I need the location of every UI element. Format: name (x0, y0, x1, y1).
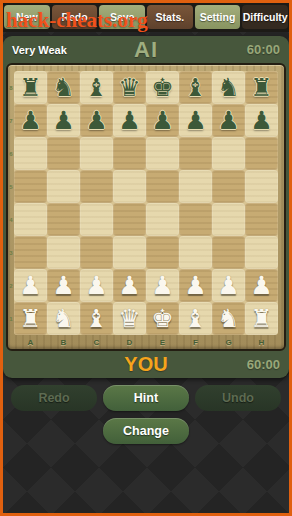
top-toolbar: NewRedoSaveStats.SettingDifficulty (3, 3, 289, 32)
square-a7[interactable]: ♟ (14, 104, 47, 137)
toolbar-button-stats[interactable]: Stats. (147, 5, 193, 29)
board-grid: ♜♞♝♛♚♝♞♜♟♟♟♟♟♟♟♟♟♟♟♟♟♟♟♟♜♞♝♛♚♝♞♜ (14, 71, 278, 335)
black-pawn: ♟ (85, 108, 107, 133)
square-g5[interactable] (212, 170, 245, 203)
square-d2[interactable]: ♟ (113, 269, 146, 302)
white-rook: ♜ (19, 306, 41, 331)
square-d8[interactable]: ♛ (113, 71, 146, 104)
white-bishop: ♝ (184, 306, 206, 331)
square-g1[interactable]: ♞ (212, 302, 245, 335)
square-a4[interactable] (14, 203, 47, 236)
white-pawn: ♟ (52, 273, 74, 298)
white-pawn: ♟ (184, 273, 206, 298)
toolbar-button-setting[interactable]: Setting (195, 5, 241, 29)
square-c2[interactable]: ♟ (80, 269, 113, 302)
square-g2[interactable]: ♟ (212, 269, 245, 302)
white-pawn: ♟ (85, 273, 107, 298)
file-label-d: D (113, 338, 146, 347)
square-b8[interactable]: ♞ (47, 71, 80, 104)
square-a1[interactable]: ♜ (14, 302, 47, 335)
white-king: ♚ (151, 306, 173, 331)
square-a8[interactable]: ♜ (14, 71, 47, 104)
black-pawn: ♟ (217, 108, 239, 133)
file-label-f: F (179, 338, 212, 347)
square-g8[interactable]: ♞ (212, 71, 245, 104)
black-king: ♚ (151, 75, 173, 100)
black-pawn: ♟ (184, 108, 206, 133)
square-f3[interactable] (179, 236, 212, 269)
black-pawn: ♟ (151, 108, 173, 133)
black-pawn: ♟ (250, 108, 272, 133)
you-player-bar: YOU 60:00 (3, 351, 289, 378)
square-h5[interactable] (245, 170, 278, 203)
square-a6[interactable] (14, 137, 47, 170)
square-c7[interactable]: ♟ (80, 104, 113, 137)
ai-player-bar: Very Weak AI 60:00 (3, 36, 289, 63)
hint-button[interactable]: Hint (103, 385, 189, 411)
square-b1[interactable]: ♞ (47, 302, 80, 335)
square-h7[interactable]: ♟ (245, 104, 278, 137)
square-f8[interactable]: ♝ (179, 71, 212, 104)
control-buttons-row: Redo Hint Undo (11, 385, 281, 411)
square-d5[interactable] (113, 170, 146, 203)
black-queen: ♛ (118, 75, 140, 100)
ai-clock: 60:00 (247, 42, 280, 57)
toolbar-button-save[interactable]: Save (99, 5, 145, 29)
file-labels: ABCDEFGH (14, 335, 278, 349)
square-d6[interactable] (113, 137, 146, 170)
file-label-g: G (212, 338, 245, 347)
app-screen: hack-cheats.org NewRedoSaveStats.Setting… (0, 0, 292, 516)
game-panel: Very Weak AI 60:00 87654321 ♜♞♝♛♚♝♞♜♟♟♟♟… (3, 36, 289, 378)
square-g6[interactable] (212, 137, 245, 170)
black-knight: ♞ (52, 75, 74, 100)
square-e7[interactable]: ♟ (146, 104, 179, 137)
square-g4[interactable] (212, 203, 245, 236)
white-knight: ♞ (217, 306, 239, 331)
square-c6[interactable] (80, 137, 113, 170)
square-d7[interactable]: ♟ (113, 104, 146, 137)
square-f4[interactable] (179, 203, 212, 236)
square-d1[interactable]: ♛ (113, 302, 146, 335)
black-pawn: ♟ (19, 108, 41, 133)
square-h1[interactable]: ♜ (245, 302, 278, 335)
white-pawn: ♟ (151, 273, 173, 298)
board-frame: 87654321 ♜♞♝♛♚♝♞♜♟♟♟♟♟♟♟♟♟♟♟♟♟♟♟♟♜♞♝♛♚♝♞… (6, 63, 286, 351)
white-knight: ♞ (52, 306, 74, 331)
square-b5[interactable] (47, 170, 80, 203)
square-d3[interactable] (113, 236, 146, 269)
change-button-row: Change (3, 418, 289, 444)
square-c4[interactable] (80, 203, 113, 236)
square-c8[interactable]: ♝ (80, 71, 113, 104)
square-e5[interactable] (146, 170, 179, 203)
white-pawn: ♟ (19, 273, 41, 298)
white-queen: ♛ (118, 306, 140, 331)
square-c1[interactable]: ♝ (80, 302, 113, 335)
white-pawn: ♟ (118, 273, 140, 298)
rank-labels: 87654321 (8, 71, 14, 335)
black-pawn: ♟ (52, 108, 74, 133)
black-knight: ♞ (217, 75, 239, 100)
file-label-e: E (146, 338, 179, 347)
square-f6[interactable] (179, 137, 212, 170)
toolbar-button-new[interactable]: New (4, 5, 50, 29)
file-label-h: H (245, 338, 278, 347)
square-c5[interactable] (80, 170, 113, 203)
black-rook: ♜ (19, 75, 41, 100)
square-d4[interactable] (113, 203, 146, 236)
white-rook: ♜ (250, 306, 272, 331)
square-g7[interactable]: ♟ (212, 104, 245, 137)
square-e4[interactable] (146, 203, 179, 236)
rank-label-6: 6 (8, 137, 14, 170)
rank-label-8: 8 (8, 71, 14, 104)
square-e1[interactable]: ♚ (146, 302, 179, 335)
square-b3[interactable] (47, 236, 80, 269)
square-g3[interactable] (212, 236, 245, 269)
redo-button[interactable]: Redo (11, 385, 97, 411)
you-clock: 60:00 (247, 357, 280, 372)
toolbar-button-redo[interactable]: Redo (52, 5, 98, 29)
square-h2[interactable]: ♟ (245, 269, 278, 302)
rank-label-2: 2 (8, 269, 14, 302)
black-rook: ♜ (250, 75, 272, 100)
square-h4[interactable] (245, 203, 278, 236)
square-h3[interactable] (245, 236, 278, 269)
rank-label-1: 1 (8, 302, 14, 335)
square-c3[interactable] (80, 236, 113, 269)
square-f2[interactable]: ♟ (179, 269, 212, 302)
white-bishop: ♝ (85, 306, 107, 331)
black-bishop: ♝ (184, 75, 206, 100)
white-pawn: ♟ (250, 273, 272, 298)
square-a2[interactable]: ♟ (14, 269, 47, 302)
rank-label-7: 7 (8, 104, 14, 137)
square-e8[interactable]: ♚ (146, 71, 179, 104)
square-b4[interactable] (47, 203, 80, 236)
rank-label-4: 4 (8, 203, 14, 236)
change-button[interactable]: Change (103, 418, 189, 444)
file-label-a: A (14, 338, 47, 347)
square-f7[interactable]: ♟ (179, 104, 212, 137)
black-bishop: ♝ (85, 75, 107, 100)
square-e6[interactable] (146, 137, 179, 170)
square-f5[interactable] (179, 170, 212, 203)
undo-button[interactable]: Undo (195, 385, 281, 411)
file-label-c: C (80, 338, 113, 347)
square-a3[interactable] (14, 236, 47, 269)
square-b2[interactable]: ♟ (47, 269, 80, 302)
square-a5[interactable] (14, 170, 47, 203)
square-h8[interactable]: ♜ (245, 71, 278, 104)
square-f1[interactable]: ♝ (179, 302, 212, 335)
rank-label-5: 5 (8, 170, 14, 203)
white-pawn: ♟ (217, 273, 239, 298)
rank-label-3: 3 (8, 236, 14, 269)
square-b7[interactable]: ♟ (47, 104, 80, 137)
square-h6[interactable] (245, 137, 278, 170)
square-e3[interactable] (146, 236, 179, 269)
square-b6[interactable] (47, 137, 80, 170)
file-label-b: B (47, 338, 80, 347)
black-pawn: ♟ (118, 108, 140, 133)
square-e2[interactable]: ♟ (146, 269, 179, 302)
toolbar-button-difficulty[interactable]: Difficulty (242, 5, 288, 29)
